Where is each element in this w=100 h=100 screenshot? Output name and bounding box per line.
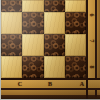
board-square[interactable] — [22, 12, 43, 34]
frame-outer-edge — [97, 0, 100, 78]
frame-corner-seam — [86, 78, 88, 99]
board-square[interactable] — [44, 56, 65, 78]
file-label: A — [78, 80, 86, 88]
board-square[interactable] — [1, 56, 22, 78]
board-square[interactable] — [65, 12, 86, 34]
board-square[interactable] — [22, 56, 43, 78]
board-square[interactable] — [22, 0, 43, 12]
board-square[interactable] — [22, 34, 43, 56]
board-square[interactable] — [1, 34, 22, 56]
rank-label: 7 — [88, 38, 96, 45]
rank-label: 8 — [88, 64, 96, 71]
board-square[interactable] — [44, 0, 65, 12]
board-square[interactable] — [44, 12, 65, 34]
frame-corner-groove — [95, 88, 97, 97]
board-square[interactable] — [65, 0, 86, 12]
chessboard — [1, 0, 86, 78]
board-square[interactable] — [65, 56, 86, 78]
board-square[interactable] — [1, 12, 22, 34]
chessboard-photo: 6 7 8 C B A — [0, 0, 100, 100]
file-label: C — [16, 80, 24, 88]
board-square[interactable] — [65, 34, 86, 56]
rank-label: 6 — [88, 12, 96, 19]
board-square[interactable] — [44, 34, 65, 56]
board-square[interactable] — [1, 0, 22, 12]
file-label: B — [46, 80, 54, 88]
board-frame-right: 6 7 8 — [86, 0, 100, 78]
